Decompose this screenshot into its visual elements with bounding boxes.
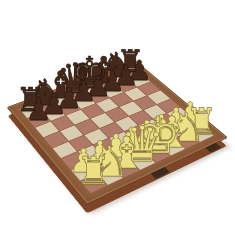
chess-set-photo: ♜♞♟♝♟♚♟♛♟♝♟♞♟♜♟♟♟♟♜♟♞♟♝♟♚♟♛♟♝♟♞♜ [0,0,235,235]
white-rook-a1[interactable]: ♜ [76,152,111,191]
black-pawn-a7[interactable]: ♟ [26,96,52,125]
pieces-layer: ♜♞♟♝♟♚♟♛♟♝♟♞♟♜♟♟♟♟♜♟♞♟♝♟♚♟♛♟♝♟♞♜ [0,0,235,235]
